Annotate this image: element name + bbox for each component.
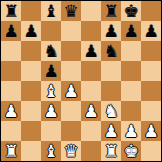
square-a2[interactable]	[1, 121, 21, 141]
piece-black-knight[interactable]: ♞	[43, 41, 58, 61]
square-g2[interactable]: ♟	[121, 121, 141, 141]
square-c7[interactable]	[41, 21, 61, 41]
piece-black-pawn[interactable]: ♟	[23, 21, 38, 41]
piece-white-pawn[interactable]: ♟	[3, 101, 18, 121]
chess-board: ♜♝♛♜♚♟♟♟♟♟♞♟♞♟♝♟♟♟♟♞♟♟♟♜♝♛♜♚	[1, 1, 161, 161]
square-h8[interactable]	[141, 1, 161, 21]
piece-white-rook[interactable]: ♜	[3, 141, 18, 161]
square-d1[interactable]: ♛	[61, 141, 81, 161]
square-f7[interactable]: ♟	[101, 21, 121, 41]
square-c8[interactable]: ♝	[41, 1, 61, 21]
square-e7[interactable]	[81, 21, 101, 41]
square-f1[interactable]: ♜	[101, 141, 121, 161]
square-a6[interactable]	[1, 41, 21, 61]
square-g6[interactable]	[121, 41, 141, 61]
piece-black-pawn[interactable]: ♟	[123, 21, 138, 41]
piece-white-king[interactable]: ♚	[123, 141, 138, 161]
piece-white-rook[interactable]: ♜	[103, 141, 118, 161]
square-d5[interactable]	[61, 61, 81, 81]
piece-white-pawn[interactable]: ♟	[63, 81, 78, 101]
square-g3[interactable]	[121, 101, 141, 121]
square-e1[interactable]	[81, 141, 101, 161]
square-a7[interactable]: ♟	[1, 21, 21, 41]
piece-black-rook[interactable]: ♜	[103, 1, 118, 21]
square-c2[interactable]	[41, 121, 61, 141]
square-b7[interactable]: ♟	[21, 21, 41, 41]
square-d6[interactable]	[61, 41, 81, 61]
square-c1[interactable]: ♝	[41, 141, 61, 161]
piece-black-pawn[interactable]: ♟	[43, 61, 58, 81]
piece-black-pawn[interactable]: ♟	[103, 21, 118, 41]
square-c5[interactable]: ♟	[41, 61, 61, 81]
square-b1[interactable]	[21, 141, 41, 161]
square-e8[interactable]	[81, 1, 101, 21]
square-h6[interactable]	[141, 41, 161, 61]
piece-white-pawn[interactable]: ♟	[43, 101, 58, 121]
piece-black-rook[interactable]: ♜	[3, 1, 18, 21]
piece-white-knight[interactable]: ♞	[103, 101, 118, 121]
square-b5[interactable]	[21, 61, 41, 81]
square-h2[interactable]: ♟	[141, 121, 161, 141]
square-d2[interactable]	[61, 121, 81, 141]
square-f2[interactable]: ♟	[101, 121, 121, 141]
square-d4[interactable]: ♟	[61, 81, 81, 101]
piece-white-bishop[interactable]: ♝	[43, 81, 58, 101]
piece-black-knight[interactable]: ♞	[103, 41, 118, 61]
square-g7[interactable]: ♟	[121, 21, 141, 41]
square-f3[interactable]: ♞	[101, 101, 121, 121]
square-f5[interactable]	[101, 61, 121, 81]
square-e2[interactable]	[81, 121, 101, 141]
piece-white-pawn[interactable]: ♟	[103, 121, 118, 141]
square-b3[interactable]	[21, 101, 41, 121]
square-a8[interactable]: ♜	[1, 1, 21, 21]
square-d3[interactable]	[61, 101, 81, 121]
square-g4[interactable]	[121, 81, 141, 101]
piece-white-pawn[interactable]: ♟	[83, 101, 98, 121]
piece-white-bishop[interactable]: ♝	[43, 141, 58, 161]
square-b6[interactable]	[21, 41, 41, 61]
square-c3[interactable]: ♟	[41, 101, 61, 121]
square-c4[interactable]: ♝	[41, 81, 61, 101]
piece-black-bishop[interactable]: ♝	[43, 1, 58, 21]
square-a5[interactable]	[1, 61, 21, 81]
square-f6[interactable]: ♞	[101, 41, 121, 61]
piece-black-queen[interactable]: ♛	[63, 1, 78, 21]
square-h7[interactable]: ♟	[141, 21, 161, 41]
square-d8[interactable]: ♛	[61, 1, 81, 21]
square-g1[interactable]: ♚	[121, 141, 141, 161]
square-d7[interactable]	[61, 21, 81, 41]
square-c6[interactable]: ♞	[41, 41, 61, 61]
square-a3[interactable]: ♟	[1, 101, 21, 121]
square-b8[interactable]	[21, 1, 41, 21]
square-e4[interactable]	[81, 81, 101, 101]
square-h5[interactable]	[141, 61, 161, 81]
square-e6[interactable]: ♟	[81, 41, 101, 61]
square-h1[interactable]	[141, 141, 161, 161]
piece-white-pawn[interactable]: ♟	[143, 121, 158, 141]
piece-white-queen[interactable]: ♛	[63, 141, 78, 161]
square-f4[interactable]	[101, 81, 121, 101]
square-h4[interactable]	[141, 81, 161, 101]
piece-black-pawn[interactable]: ♟	[3, 21, 18, 41]
square-h3[interactable]	[141, 101, 161, 121]
piece-white-pawn[interactable]: ♟	[123, 121, 138, 141]
square-e3[interactable]: ♟	[81, 101, 101, 121]
square-g8[interactable]: ♚	[121, 1, 141, 21]
square-e5[interactable]	[81, 61, 101, 81]
chess-board-frame: ♜♝♛♜♚♟♟♟♟♟♞♟♞♟♝♟♟♟♟♞♟♟♟♜♝♛♜♚	[0, 0, 162, 162]
square-b4[interactable]	[21, 81, 41, 101]
piece-black-pawn[interactable]: ♟	[143, 21, 158, 41]
square-g5[interactable]	[121, 61, 141, 81]
square-b2[interactable]	[21, 121, 41, 141]
square-a4[interactable]	[1, 81, 21, 101]
square-f8[interactable]: ♜	[101, 1, 121, 21]
piece-black-king[interactable]: ♚	[123, 1, 138, 21]
piece-black-pawn[interactable]: ♟	[83, 41, 98, 61]
square-a1[interactable]: ♜	[1, 141, 21, 161]
